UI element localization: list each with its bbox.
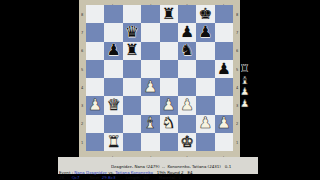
material-value: 0: [179, 175, 182, 179]
square-b8[interactable]: [104, 5, 122, 23]
coord-label-6: 6: [233, 42, 240, 60]
square-h7[interactable]: [215, 23, 233, 41]
square-f8[interactable]: [178, 5, 196, 23]
board-frame: abcdefgh 87654321 ♜♚♛♟♟♟♜♞♟♟♟♛♟♟♝♞♟♟♜♚ 8…: [79, 0, 240, 157]
square-b6[interactable]: ♟: [104, 42, 122, 60]
caption-title-line: Dzagnidze, Nana (2479) -- Kononenko, Tat…: [111, 158, 320, 163]
square-h1[interactable]: [215, 133, 233, 151]
square-a3[interactable]: ♟: [86, 96, 104, 114]
piece-black-pawn-b6[interactable]: ♟: [107, 41, 121, 59]
piece-white-pawn-h2[interactable]: ♟: [217, 114, 231, 132]
square-b1[interactable]: ♜: [104, 133, 122, 151]
tray-black-rook: ♜: [240, 63, 249, 75]
material-label: Material:: [149, 175, 179, 179]
square-h2[interactable]: ♟: [215, 115, 233, 133]
square-e2[interactable]: ♞: [160, 115, 178, 133]
square-b3[interactable]: ♛: [104, 96, 122, 114]
piece-white-pawn-d4[interactable]: ♟: [143, 78, 157, 96]
coord-label-7: 7: [233, 23, 240, 41]
square-b2[interactable]: [104, 115, 122, 133]
prev-move-link[interactable]: Qc7: [72, 175, 80, 179]
square-h4[interactable]: [215, 78, 233, 96]
piece-black-rook-e8[interactable]: ♜: [162, 5, 176, 23]
square-b4[interactable]: [104, 78, 122, 96]
square-b7[interactable]: [104, 23, 122, 41]
square-e7[interactable]: [160, 23, 178, 41]
square-c4[interactable]: [123, 78, 141, 96]
coord-label-7: 7: [79, 23, 86, 41]
square-d4[interactable]: ♟: [141, 78, 159, 96]
piece-white-bishop-d2[interactable]: ♝: [143, 114, 157, 132]
coord-label-1: 1: [79, 133, 86, 151]
square-g2[interactable]: ♟: [196, 115, 214, 133]
square-e4[interactable]: [160, 78, 178, 96]
piece-white-pawn-a3[interactable]: ♟: [88, 96, 102, 114]
coord-label-6: 6: [79, 42, 86, 60]
square-e6[interactable]: [160, 42, 178, 60]
coord-label-8: 8: [233, 5, 240, 23]
square-h8[interactable]: [215, 5, 233, 23]
square-c2[interactable]: [123, 115, 141, 133]
square-g4[interactable]: [196, 78, 214, 96]
prev-move-label: 28. ...: [59, 175, 72, 179]
piece-black-rook-c6[interactable]: ♜: [125, 41, 139, 59]
piece-black-king-g8[interactable]: ♚: [199, 5, 213, 23]
square-f2[interactable]: [178, 115, 196, 133]
piece-white-rook-b1[interactable]: ♜: [107, 133, 121, 151]
square-c5[interactable]: [123, 60, 141, 78]
coord-label-2: 2: [233, 115, 240, 133]
square-d5[interactable]: [141, 60, 159, 78]
tray-white-pawn: ♟: [240, 86, 249, 98]
square-f1[interactable]: ♚: [178, 133, 196, 151]
coord-label-2: 2: [79, 115, 86, 133]
square-g3[interactable]: [196, 96, 214, 114]
square-d3[interactable]: [141, 96, 159, 114]
coord-label-3: 3: [79, 96, 86, 114]
square-c3[interactable]: [123, 96, 141, 114]
square-a1[interactable]: [86, 133, 104, 151]
square-f3[interactable]: ♟: [178, 96, 196, 114]
square-c6[interactable]: ♜: [123, 42, 141, 60]
square-g6[interactable]: [196, 42, 214, 60]
square-h6[interactable]: [215, 42, 233, 60]
coord-label-1: 1: [233, 133, 240, 151]
square-e5[interactable]: [160, 60, 178, 78]
caption-bar: Dzagnidze, Nana (2479) -- Kononenko, Tat…: [58, 157, 258, 174]
square-c1[interactable]: [123, 133, 141, 151]
piece-white-pawn-g2[interactable]: ♟: [199, 114, 213, 132]
piece-white-pawn-e3[interactable]: ♟: [162, 96, 176, 114]
square-a2[interactable]: [86, 115, 104, 133]
square-e3[interactable]: ♟: [160, 96, 178, 114]
square-d7[interactable]: [141, 23, 159, 41]
next-move-link[interactable]: 29.Bc3: [102, 175, 116, 179]
rank-labels-left: 87654321: [79, 5, 86, 151]
square-a7[interactable]: [86, 23, 104, 41]
chess-board: ♜♚♛♟♟♟♜♞♟♟♟♛♟♟♝♞♟♟♜♚: [86, 5, 233, 151]
square-e1[interactable]: [160, 133, 178, 151]
piece-black-pawn-g7[interactable]: ♟: [199, 23, 213, 41]
square-c8[interactable]: [123, 5, 141, 23]
square-g8[interactable]: ♚: [196, 5, 214, 23]
square-d1[interactable]: [141, 133, 159, 151]
square-d6[interactable]: [141, 42, 159, 60]
piece-white-queen-b3[interactable]: ♛: [107, 96, 121, 114]
length-label: Length:: [116, 175, 144, 179]
square-e8[interactable]: ♜: [160, 5, 178, 23]
coord-label-5: 5: [79, 60, 86, 78]
square-d8[interactable]: [141, 5, 159, 23]
caption-move-line: 28. ... Qc7 Next: 29.Bc3 Length: 60 Mate…: [59, 169, 320, 174]
video-frame: abcdefgh 87654321 ♜♚♛♟♟♟♜♞♟♟♟♛♟♟♝♞♟♟♜♚ 8…: [0, 0, 320, 180]
square-f6[interactable]: ♞: [178, 42, 196, 60]
piece-black-pawn-f7[interactable]: ♟: [180, 23, 194, 41]
square-a8[interactable]: [86, 5, 104, 23]
square-h5[interactable]: ♟: [215, 60, 233, 78]
square-a6[interactable]: [86, 42, 104, 60]
square-c7[interactable]: ♛: [123, 23, 141, 41]
square-g7[interactable]: ♟: [196, 23, 214, 41]
square-a5[interactable]: [86, 60, 104, 78]
square-b5[interactable]: [104, 60, 122, 78]
square-a4[interactable]: [86, 78, 104, 96]
square-f5[interactable]: [178, 60, 196, 78]
next-label: Next:: [80, 175, 102, 179]
square-h3[interactable]: [215, 96, 233, 114]
piece-black-pawn-h5[interactable]: ♟: [217, 60, 231, 78]
square-g1[interactable]: [196, 133, 214, 151]
square-f4[interactable]: [178, 78, 196, 96]
coord-label-8: 8: [79, 5, 86, 23]
square-g5[interactable]: [196, 60, 214, 78]
piece-black-knight-f6[interactable]: ♞: [180, 41, 194, 59]
square-f7[interactable]: ♟: [178, 23, 196, 41]
tray-white-pawn: ♟: [240, 98, 249, 110]
piece-white-knight-e2[interactable]: ♞: [162, 114, 176, 132]
piece-white-king-f1[interactable]: ♚: [180, 133, 194, 151]
square-d2[interactable]: ♝: [141, 115, 159, 133]
piece-black-queen-c7[interactable]: ♛: [125, 23, 139, 41]
coord-label-4: 4: [79, 78, 86, 96]
captured-pieces-tray: ♜♝♟♟: [240, 63, 249, 109]
piece-white-pawn-f3[interactable]: ♟: [180, 96, 194, 114]
